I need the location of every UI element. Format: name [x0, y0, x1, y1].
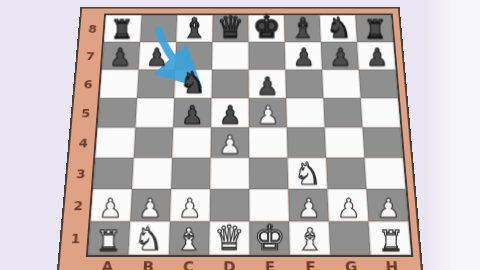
piece-black-king-e8: ♚: [253, 11, 281, 42]
rank-label-3: 3: [66, 158, 95, 189]
rank-label-5: 5: [72, 98, 100, 127]
rank-label-1: 1: [60, 221, 90, 254]
file-label-h: H: [371, 253, 414, 270]
square-c5[interactable]: ♟: [173, 98, 211, 127]
piece-black-queen-d8: ♛: [217, 12, 244, 42]
square-b2[interactable]: ♟: [130, 189, 171, 221]
square-h6[interactable]: [359, 70, 398, 98]
square-a8[interactable]: ♜: [104, 15, 142, 42]
square-a5[interactable]: [98, 98, 137, 127]
piece-white-pawn-h2: ♟: [377, 195, 400, 221]
square-f5[interactable]: [286, 98, 325, 127]
piece-white-pawn-b2: ♟: [138, 195, 161, 221]
square-c3[interactable]: [171, 158, 211, 189]
square-b4[interactable]: [134, 128, 174, 158]
square-e4[interactable]: [249, 128, 288, 158]
square-h5[interactable]: [361, 98, 401, 127]
file-label-d: D: [209, 253, 250, 270]
file-label-f: F: [290, 253, 332, 270]
square-b1[interactable]: ♞: [128, 221, 170, 254]
square-b6[interactable]: [137, 70, 175, 98]
file-label-b: B: [127, 253, 169, 270]
square-a3[interactable]: [93, 158, 134, 189]
file-label-c: C: [168, 253, 209, 270]
square-a6[interactable]: [100, 70, 139, 98]
piece-black-knight-g8: ♞: [326, 13, 352, 42]
file-label-e: E: [250, 253, 291, 270]
chess-board-frame: 87654321 ♜♝♛♚♝♞♜♟♟♟♟♟♞♟♟♟♟♟♞♟♟♟♟♟♟♜♞♝♛♚♝…: [56, 7, 424, 270]
rank-label-7: 7: [77, 42, 104, 70]
square-d3[interactable]: [210, 158, 249, 189]
square-g7[interactable]: ♟: [321, 42, 359, 70]
piece-white-rook-a1: ♜: [95, 226, 121, 255]
square-b5[interactable]: [135, 98, 174, 127]
piece-white-pawn-f2: ♟: [297, 195, 320, 221]
piece-black-pawn-g7: ♟: [330, 45, 352, 69]
piece-black-rook-a8: ♜: [110, 16, 133, 42]
piece-black-pawn-h7: ♟: [366, 45, 388, 69]
piece-black-knight-c6: ♞: [180, 69, 206, 98]
square-e1[interactable]: ♚: [249, 221, 290, 254]
square-h2[interactable]: ♟: [366, 189, 408, 221]
piece-black-pawn-a7: ♟: [109, 45, 131, 69]
piece-white-queen-d1: ♛: [214, 221, 244, 255]
square-e7[interactable]: [249, 42, 286, 70]
square-d7[interactable]: [212, 42, 249, 70]
square-c6[interactable]: ♞: [174, 70, 212, 98]
piece-white-pawn-a2: ♟: [99, 195, 122, 221]
piece-white-bishop-f1: ♝: [296, 224, 324, 255]
file-label-a: A: [86, 253, 128, 270]
square-h8[interactable]: ♜: [355, 15, 393, 42]
square-c8[interactable]: ♝: [176, 15, 213, 42]
square-e5[interactable]: ♟: [249, 98, 287, 127]
square-a4[interactable]: [95, 128, 135, 158]
square-g1[interactable]: [329, 221, 371, 254]
square-d6[interactable]: [212, 70, 249, 98]
square-f3[interactable]: ♞: [288, 158, 328, 189]
square-c4[interactable]: [172, 128, 211, 158]
square-f7[interactable]: ♟: [285, 42, 322, 70]
square-g6[interactable]: [322, 70, 361, 98]
square-b7[interactable]: ♟: [139, 42, 177, 70]
square-a1[interactable]: ♜: [88, 221, 130, 254]
piece-white-king-e1: ♚: [254, 220, 285, 255]
square-h7[interactable]: ♟: [357, 42, 395, 70]
piece-black-pawn-b7: ♟: [146, 45, 168, 69]
piece-black-pawn-e6: ♟: [256, 74, 278, 99]
piece-white-pawn-c2: ♟: [178, 195, 201, 221]
rank-label-6: 6: [74, 70, 102, 98]
square-f6[interactable]: [285, 70, 323, 98]
square-b8[interactable]: [140, 15, 177, 42]
square-d8[interactable]: ♛: [212, 15, 248, 42]
square-f1[interactable]: ♝: [289, 221, 330, 254]
square-h4[interactable]: [363, 128, 403, 158]
piece-white-rook-h1: ♜: [378, 226, 404, 255]
piece-black-pawn-d5: ♟: [219, 103, 241, 128]
square-e6[interactable]: ♟: [249, 70, 286, 98]
square-b3[interactable]: [132, 158, 172, 189]
square-d2[interactable]: [210, 189, 250, 221]
square-f8[interactable]: ♝: [284, 15, 321, 42]
piece-white-knight-b1: ♞: [134, 223, 163, 255]
square-e8[interactable]: ♚: [248, 15, 284, 42]
piece-black-bishop-f8: ♝: [290, 14, 315, 42]
piece-black-bishop-c8: ♝: [182, 14, 207, 42]
square-d4[interactable]: ♟: [211, 128, 249, 158]
piece-white-pawn-g2: ♟: [337, 195, 360, 221]
square-g3[interactable]: [326, 158, 366, 189]
illustration-background: 87654321 ♜♝♛♚♝♞♜♟♟♟♟♟♞♟♟♟♟♟♞♟♟♟♟♟♟♜♞♝♛♚♝…: [0, 0, 480, 270]
rank-label-8: 8: [79, 15, 106, 42]
piece-black-rook-h8: ♜: [364, 16, 387, 42]
square-g4[interactable]: [325, 128, 365, 158]
square-d1[interactable]: ♛: [209, 221, 249, 254]
square-h3[interactable]: [364, 158, 405, 189]
file-label-g: G: [330, 253, 372, 270]
square-f4[interactable]: [287, 128, 326, 158]
piece-white-bishop-c1: ♝: [175, 224, 203, 255]
piece-black-pawn-c5: ♟: [181, 103, 203, 128]
square-f2[interactable]: ♟: [288, 189, 328, 221]
square-d5[interactable]: ♟: [211, 98, 249, 127]
rank-label-4: 4: [69, 128, 98, 158]
square-a2[interactable]: ♟: [91, 189, 132, 221]
square-h1[interactable]: ♜: [369, 221, 412, 254]
piece-black-pawn-f7: ♟: [293, 45, 315, 69]
square-c1[interactable]: ♝: [169, 221, 210, 254]
square-g5[interactable]: [323, 98, 362, 127]
file-labels: ABCDEFGH: [86, 253, 413, 270]
square-g2[interactable]: ♟: [327, 189, 368, 221]
piece-white-pawn-d4: ♟: [219, 133, 242, 158]
square-c2[interactable]: ♟: [170, 189, 210, 221]
square-a7[interactable]: ♟: [102, 42, 140, 70]
square-g8[interactable]: ♞: [320, 15, 357, 42]
piece-white-pawn-e5: ♟: [257, 103, 279, 128]
piece-white-knight-f3: ♞: [294, 158, 322, 189]
chess-board: ♜♝♛♚♝♞♜♟♟♟♟♟♞♟♟♟♟♟♞♟♟♟♟♟♟♜♞♝♛♚♝♜: [88, 15, 411, 255]
rank-label-2: 2: [63, 189, 93, 221]
square-e3[interactable]: [249, 158, 288, 189]
